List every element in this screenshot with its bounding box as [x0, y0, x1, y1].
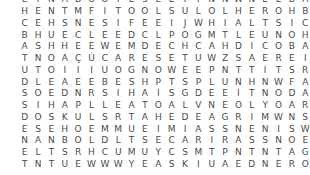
- letter-cell[interactable]: S: [152, 53, 165, 65]
- letter-cell[interactable]: D: [138, 41, 151, 53]
- letter-cell[interactable]: A: [18, 41, 31, 53]
- letter-cell[interactable]: E: [85, 18, 98, 30]
- letter-cell[interactable]: L: [152, 6, 165, 18]
- letter-cell[interactable]: N: [272, 135, 285, 147]
- letter-cell[interactable]: M: [125, 41, 138, 53]
- letter-cell[interactable]: T: [45, 147, 58, 159]
- letter-cell[interactable]: O: [152, 100, 165, 112]
- letter-cell[interactable]: I: [245, 112, 258, 124]
- letter-cell[interactable]: I: [152, 123, 165, 135]
- letter-cell[interactable]: E: [71, 159, 84, 171]
- letter-cell[interactable]: F: [85, 6, 98, 18]
- letter-cell[interactable]: H: [178, 41, 191, 53]
- letter-cell[interactable]: H: [299, 29, 310, 41]
- letter-cell[interactable]: U: [45, 29, 58, 41]
- letter-cell[interactable]: U: [112, 147, 125, 159]
- letter-cell[interactable]: O: [152, 65, 165, 77]
- letter-cell[interactable]: W: [98, 159, 111, 171]
- letter-cell[interactable]: H: [232, 6, 245, 18]
- letter-cell[interactable]: A: [31, 135, 44, 147]
- letter-cell[interactable]: A: [138, 112, 151, 124]
- letter-cell[interactable]: N: [18, 135, 31, 147]
- letter-cell[interactable]: U: [258, 29, 271, 41]
- letter-cell[interactable]: A: [285, 147, 298, 159]
- letter-cell[interactable]: W: [165, 65, 178, 77]
- letter-cell[interactable]: L: [85, 135, 98, 147]
- letter-cell[interactable]: E: [138, 53, 151, 65]
- letter-cell[interactable]: A: [112, 53, 125, 65]
- letter-cell[interactable]: R: [299, 65, 310, 77]
- letter-cell[interactable]: K: [58, 112, 71, 124]
- letter-cell[interactable]: E: [245, 123, 258, 135]
- letter-cell[interactable]: Ú: [85, 53, 98, 65]
- letter-cell[interactable]: E: [71, 41, 84, 53]
- letter-cell[interactable]: E: [138, 159, 151, 171]
- letter-cell[interactable]: E: [85, 123, 98, 135]
- letter-cell[interactable]: I: [285, 18, 298, 30]
- letter-cell[interactable]: M: [205, 29, 218, 41]
- letter-cell[interactable]: L: [245, 100, 258, 112]
- letter-cell[interactable]: O: [178, 29, 191, 41]
- letter-cell[interactable]: A: [165, 100, 178, 112]
- letter-cell[interactable]: L: [232, 29, 245, 41]
- letter-cell[interactable]: N: [71, 88, 84, 100]
- letter-cell[interactable]: P: [192, 76, 205, 88]
- letter-cell[interactable]: A: [178, 135, 191, 147]
- letter-cell[interactable]: N: [272, 29, 285, 41]
- letter-cell[interactable]: R: [299, 100, 310, 112]
- letter-cell[interactable]: N: [31, 53, 44, 65]
- letter-cell[interactable]: G: [218, 112, 231, 124]
- letter-cell[interactable]: E: [192, 65, 205, 77]
- letter-cell[interactable]: T: [245, 65, 258, 77]
- letter-cell[interactable]: H: [205, 18, 218, 30]
- letter-cell[interactable]: N: [258, 123, 271, 135]
- letter-cell[interactable]: W: [205, 53, 218, 65]
- letter-cell[interactable]: A: [299, 76, 310, 88]
- letter-cell[interactable]: L: [218, 6, 231, 18]
- letter-cell[interactable]: C: [18, 18, 31, 30]
- letter-cell[interactable]: N: [258, 88, 271, 100]
- letter-cell[interactable]: O: [45, 65, 58, 77]
- letter-cell[interactable]: U: [218, 76, 231, 88]
- letter-cell[interactable]: M: [98, 123, 111, 135]
- letter-cell[interactable]: P: [71, 100, 84, 112]
- letter-cell[interactable]: B: [299, 6, 310, 18]
- letter-cell[interactable]: H: [125, 88, 138, 100]
- letter-cell[interactable]: R: [218, 135, 231, 147]
- letter-cell[interactable]: W: [192, 18, 205, 30]
- letter-cell[interactable]: O: [205, 6, 218, 18]
- letter-cell[interactable]: I: [192, 159, 205, 171]
- letter-cell[interactable]: H: [138, 76, 151, 88]
- letter-cell[interactable]: D: [285, 88, 298, 100]
- letter-cell[interactable]: P: [205, 65, 218, 77]
- letter-cell[interactable]: M: [192, 147, 205, 159]
- letter-cell[interactable]: S: [125, 76, 138, 88]
- letter-cell[interactable]: I: [272, 123, 285, 135]
- letter-cell[interactable]: N: [232, 76, 245, 88]
- letter-cell[interactable]: E: [232, 159, 245, 171]
- letter-cell[interactable]: D: [18, 76, 31, 88]
- letter-cell[interactable]: N: [258, 76, 271, 88]
- letter-cell[interactable]: U: [192, 53, 205, 65]
- letter-cell[interactable]: I: [112, 88, 125, 100]
- letter-cell[interactable]: W: [299, 123, 310, 135]
- letter-cell[interactable]: E: [245, 29, 258, 41]
- letter-cell[interactable]: E: [85, 41, 98, 53]
- letter-cell[interactable]: T: [125, 112, 138, 124]
- letter-cell[interactable]: O: [71, 135, 84, 147]
- letter-cell[interactable]: O: [299, 159, 310, 171]
- letter-cell[interactable]: W: [272, 112, 285, 124]
- letter-cell[interactable]: U: [18, 65, 31, 77]
- letter-cell[interactable]: O: [272, 100, 285, 112]
- letter-cell[interactable]: T: [18, 53, 31, 65]
- letter-cell[interactable]: E: [31, 6, 44, 18]
- letter-cell[interactable]: L: [31, 76, 44, 88]
- letter-cell[interactable]: M: [258, 112, 271, 124]
- letter-cell[interactable]: T: [18, 159, 31, 171]
- letter-cell[interactable]: L: [85, 112, 98, 124]
- letter-cell[interactable]: R: [85, 88, 98, 100]
- letter-cell[interactable]: E: [299, 135, 310, 147]
- letter-cell[interactable]: E: [85, 76, 98, 88]
- letter-cell[interactable]: A: [125, 100, 138, 112]
- letter-cell[interactable]: D: [178, 112, 191, 124]
- letter-cell[interactable]: W: [112, 159, 125, 171]
- letter-cell[interactable]: T: [58, 6, 71, 18]
- letter-cell[interactable]: U: [138, 147, 151, 159]
- letter-cell[interactable]: I: [112, 18, 125, 30]
- letter-cell[interactable]: C: [299, 18, 310, 30]
- letter-cell[interactable]: O: [112, 65, 125, 77]
- letter-cell[interactable]: E: [112, 29, 125, 41]
- letter-cell[interactable]: M: [125, 147, 138, 159]
- letter-cell[interactable]: H: [45, 41, 58, 53]
- letter-cell[interactable]: A: [218, 159, 231, 171]
- letter-cell[interactable]: N: [45, 6, 58, 18]
- letter-cell[interactable]: S: [98, 112, 111, 124]
- letter-cell[interactable]: O: [71, 123, 84, 135]
- letter-cell[interactable]: S: [299, 112, 310, 124]
- letter-cell[interactable]: K: [178, 159, 191, 171]
- letter-cell[interactable]: A: [58, 53, 71, 65]
- letter-cell[interactable]: E: [152, 41, 165, 53]
- letter-cell[interactable]: O: [272, 88, 285, 100]
- letter-cell[interactable]: C: [165, 41, 178, 53]
- letter-cell[interactable]: C: [192, 41, 205, 53]
- letter-cell[interactable]: S: [272, 18, 285, 30]
- letter-cell[interactable]: I: [58, 65, 71, 77]
- letter-cell[interactable]: E: [138, 18, 151, 30]
- letter-cell[interactable]: R: [192, 135, 205, 147]
- letter-cell[interactable]: L: [192, 6, 205, 18]
- letter-cell[interactable]: D: [245, 159, 258, 171]
- letter-cell[interactable]: D: [18, 112, 31, 124]
- letter-cell[interactable]: B: [58, 135, 71, 147]
- letter-cell[interactable]: M: [71, 6, 84, 18]
- letter-cell[interactable]: O: [31, 112, 44, 124]
- letter-cell[interactable]: A: [205, 112, 218, 124]
- letter-cell[interactable]: O: [285, 29, 298, 41]
- letter-cell[interactable]: E: [258, 53, 271, 65]
- letter-cell[interactable]: T: [245, 88, 258, 100]
- letter-cell[interactable]: O: [272, 6, 285, 18]
- letter-cell[interactable]: I: [71, 65, 84, 77]
- letter-cell[interactable]: T: [45, 159, 58, 171]
- letter-cell[interactable]: A: [138, 88, 151, 100]
- letter-cell[interactable]: N: [232, 147, 245, 159]
- letter-cell[interactable]: W: [98, 41, 111, 53]
- letter-cell[interactable]: T: [218, 29, 231, 41]
- letter-cell[interactable]: W: [85, 159, 98, 171]
- letter-cell[interactable]: S: [285, 65, 298, 77]
- letter-cell[interactable]: T: [125, 135, 138, 147]
- letter-cell[interactable]: T: [138, 100, 151, 112]
- letter-cell[interactable]: E: [152, 18, 165, 30]
- letter-cell[interactable]: L: [152, 29, 165, 41]
- letter-cell[interactable]: H: [45, 18, 58, 30]
- letter-cell[interactable]: P: [218, 147, 231, 159]
- letter-cell[interactable]: N: [31, 159, 44, 171]
- letter-cell[interactable]: N: [258, 159, 271, 171]
- letter-cell[interactable]: S: [165, 159, 178, 171]
- letter-cell[interactable]: S: [205, 123, 218, 135]
- letter-cell[interactable]: I: [98, 6, 111, 18]
- letter-cell[interactable]: O: [232, 100, 245, 112]
- letter-cell[interactable]: H: [58, 41, 71, 53]
- letter-cell[interactable]: L: [85, 29, 98, 41]
- letter-cell[interactable]: E: [45, 123, 58, 135]
- letter-cell[interactable]: C: [258, 41, 271, 53]
- letter-cell[interactable]: E: [18, 147, 31, 159]
- letter-cell[interactable]: S: [45, 112, 58, 124]
- letter-cell[interactable]: S: [98, 18, 111, 30]
- letter-cell[interactable]: B: [285, 41, 298, 53]
- letter-cell[interactable]: N: [232, 123, 245, 135]
- letter-cell[interactable]: D: [58, 88, 71, 100]
- letter-cell[interactable]: M: [165, 123, 178, 135]
- letter-cell[interactable]: N: [45, 135, 58, 147]
- letter-cell[interactable]: R: [232, 112, 245, 124]
- letter-cell[interactable]: D: [125, 29, 138, 41]
- letter-cell[interactable]: H: [218, 41, 231, 53]
- letter-cell[interactable]: N: [138, 65, 151, 77]
- letter-cell[interactable]: Y: [258, 100, 271, 112]
- letter-cell[interactable]: E: [45, 76, 58, 88]
- letter-cell[interactable]: I: [245, 41, 258, 53]
- letter-cell[interactable]: F: [125, 18, 138, 30]
- letter-cell[interactable]: I: [178, 123, 191, 135]
- letter-cell[interactable]: R: [285, 159, 298, 171]
- letter-cell[interactable]: O: [272, 41, 285, 53]
- letter-cell[interactable]: U: [58, 159, 71, 171]
- letter-cell[interactable]: A: [232, 18, 245, 30]
- letter-cell[interactable]: S: [258, 135, 271, 147]
- letter-cell[interactable]: H: [18, 6, 31, 18]
- letter-cell[interactable]: S: [178, 147, 191, 159]
- letter-cell[interactable]: E: [112, 76, 125, 88]
- letter-cell[interactable]: J: [178, 18, 191, 30]
- letter-cell[interactable]: S: [58, 147, 71, 159]
- letter-cell[interactable]: C: [138, 29, 151, 41]
- letter-cell[interactable]: A: [58, 76, 71, 88]
- letter-cell[interactable]: A: [299, 41, 310, 53]
- letter-cell[interactable]: E: [165, 112, 178, 124]
- letter-cell[interactable]: O: [125, 6, 138, 18]
- letter-cell[interactable]: M: [112, 123, 125, 135]
- letter-cell[interactable]: T: [165, 76, 178, 88]
- letter-cell[interactable]: Y: [152, 147, 165, 159]
- letter-cell[interactable]: H: [58, 123, 71, 135]
- letter-cell[interactable]: E: [178, 65, 191, 77]
- letter-cell[interactable]: C: [98, 147, 111, 159]
- letter-cell[interactable]: R: [272, 53, 285, 65]
- letter-cell[interactable]: S: [18, 88, 31, 100]
- letter-cell[interactable]: I: [218, 18, 231, 30]
- letter-cell[interactable]: U: [125, 123, 138, 135]
- letter-cell[interactable]: B: [98, 76, 111, 88]
- letter-cell[interactable]: C: [165, 147, 178, 159]
- letter-cell[interactable]: S: [232, 53, 245, 65]
- letter-cell[interactable]: A: [58, 100, 71, 112]
- letter-cell[interactable]: W: [272, 76, 285, 88]
- letter-cell[interactable]: T: [232, 65, 245, 77]
- letter-cell[interactable]: U: [71, 112, 84, 124]
- letter-cell[interactable]: R: [125, 53, 138, 65]
- letter-cell[interactable]: N: [285, 112, 298, 124]
- letter-cell[interactable]: U: [98, 65, 111, 77]
- letter-cell[interactable]: O: [45, 53, 58, 65]
- letter-cell[interactable]: A: [205, 41, 218, 53]
- letter-cell[interactable]: E: [45, 88, 58, 100]
- letter-cell[interactable]: S: [138, 135, 151, 147]
- letter-cell[interactable]: H: [85, 147, 98, 159]
- letter-cell[interactable]: E: [192, 112, 205, 124]
- letter-cell[interactable]: E: [285, 53, 298, 65]
- letter-cell[interactable]: N: [71, 18, 84, 30]
- letter-cell[interactable]: T: [245, 147, 258, 159]
- letter-cell[interactable]: E: [218, 100, 231, 112]
- letter-cell[interactable]: Y: [125, 159, 138, 171]
- letter-cell[interactable]: E: [218, 88, 231, 100]
- letter-cell[interactable]: H: [285, 6, 298, 18]
- letter-cell[interactable]: S: [165, 88, 178, 100]
- letter-cell[interactable]: U: [205, 159, 218, 171]
- letter-cell[interactable]: S: [285, 123, 298, 135]
- letter-cell[interactable]: I: [85, 65, 98, 77]
- letter-cell[interactable]: R: [258, 6, 271, 18]
- letter-cell[interactable]: A: [192, 123, 205, 135]
- letter-cell[interactable]: S: [58, 18, 71, 30]
- letter-cell[interactable]: E: [165, 53, 178, 65]
- letter-cell[interactable]: H: [45, 100, 58, 112]
- letter-cell[interactable]: E: [272, 159, 285, 171]
- letter-cell[interactable]: S: [31, 41, 44, 53]
- letter-cell[interactable]: T: [31, 65, 44, 77]
- letter-cell[interactable]: H: [152, 112, 165, 124]
- letter-cell[interactable]: I: [232, 88, 245, 100]
- letter-cell[interactable]: I: [205, 135, 218, 147]
- letter-cell[interactable]: R: [112, 112, 125, 124]
- letter-cell[interactable]: A: [299, 88, 310, 100]
- letter-cell[interactable]: R: [71, 147, 84, 159]
- letter-cell[interactable]: C: [98, 53, 111, 65]
- letter-cell[interactable]: N: [218, 65, 231, 77]
- letter-cell[interactable]: N: [258, 147, 271, 159]
- letter-cell[interactable]: E: [112, 100, 125, 112]
- letter-cell[interactable]: I: [31, 100, 44, 112]
- letter-cell[interactable]: T: [258, 18, 271, 30]
- letter-cell[interactable]: D: [232, 41, 245, 53]
- letter-cell[interactable]: S: [178, 76, 191, 88]
- letter-cell[interactable]: E: [18, 123, 31, 135]
- letter-cell[interactable]: C: [71, 29, 84, 41]
- letter-cell[interactable]: S: [218, 123, 231, 135]
- letter-cell[interactable]: V: [192, 100, 205, 112]
- letter-cell[interactable]: T: [272, 147, 285, 159]
- letter-cell[interactable]: H: [31, 29, 44, 41]
- letter-cell[interactable]: S: [31, 123, 44, 135]
- letter-cell[interactable]: I: [165, 18, 178, 30]
- letter-cell[interactable]: Ç: [71, 53, 84, 65]
- letter-cell[interactable]: D: [192, 88, 205, 100]
- letter-cell[interactable]: T: [205, 147, 218, 159]
- letter-cell[interactable]: H: [245, 76, 258, 88]
- letter-cell[interactable]: Z: [218, 53, 231, 65]
- letter-cell[interactable]: U: [178, 6, 191, 18]
- letter-cell[interactable]: B: [18, 29, 31, 41]
- letter-cell[interactable]: A: [245, 53, 258, 65]
- letter-cell[interactable]: S: [165, 6, 178, 18]
- letter-cell[interactable]: T: [272, 65, 285, 77]
- letter-cell[interactable]: D: [98, 135, 111, 147]
- letter-cell[interactable]: S: [18, 100, 31, 112]
- letter-cell[interactable]: E: [205, 88, 218, 100]
- letter-cell[interactable]: T: [112, 6, 125, 18]
- letter-cell[interactable]: G: [192, 29, 205, 41]
- letter-cell[interactable]: P: [165, 29, 178, 41]
- letter-cell[interactable]: A: [285, 100, 298, 112]
- letter-cell[interactable]: L: [98, 100, 111, 112]
- letter-cell[interactable]: F: [285, 76, 298, 88]
- letter-cell[interactable]: E: [58, 29, 71, 41]
- letter-cell[interactable]: A: [152, 159, 165, 171]
- letter-cell[interactable]: L: [205, 76, 218, 88]
- letter-cell[interactable]: I: [258, 65, 271, 77]
- letter-cell[interactable]: I: [152, 88, 165, 100]
- letter-cell[interactable]: L: [85, 100, 98, 112]
- letter-cell[interactable]: G: [125, 65, 138, 77]
- letter-cell[interactable]: P: [152, 76, 165, 88]
- letter-cell[interactable]: L: [178, 100, 191, 112]
- letter-cell[interactable]: E: [112, 41, 125, 53]
- letter-cell[interactable]: E: [152, 135, 165, 147]
- letter-cell[interactable]: O: [138, 6, 151, 18]
- letter-cell[interactable]: E: [138, 123, 151, 135]
- letter-cell[interactable]: E: [31, 18, 44, 30]
- letter-cell[interactable]: C: [165, 135, 178, 147]
- letter-cell[interactable]: S: [98, 88, 111, 100]
- letter-cell[interactable]: G: [299, 147, 310, 159]
- letter-cell[interactable]: I: [299, 53, 310, 65]
- letter-cell[interactable]: L: [31, 147, 44, 159]
- letter-cell[interactable]: A: [232, 135, 245, 147]
- letter-cell[interactable]: E: [71, 76, 84, 88]
- letter-cell[interactable]: E: [245, 6, 258, 18]
- letter-cell[interactable]: S: [245, 135, 258, 147]
